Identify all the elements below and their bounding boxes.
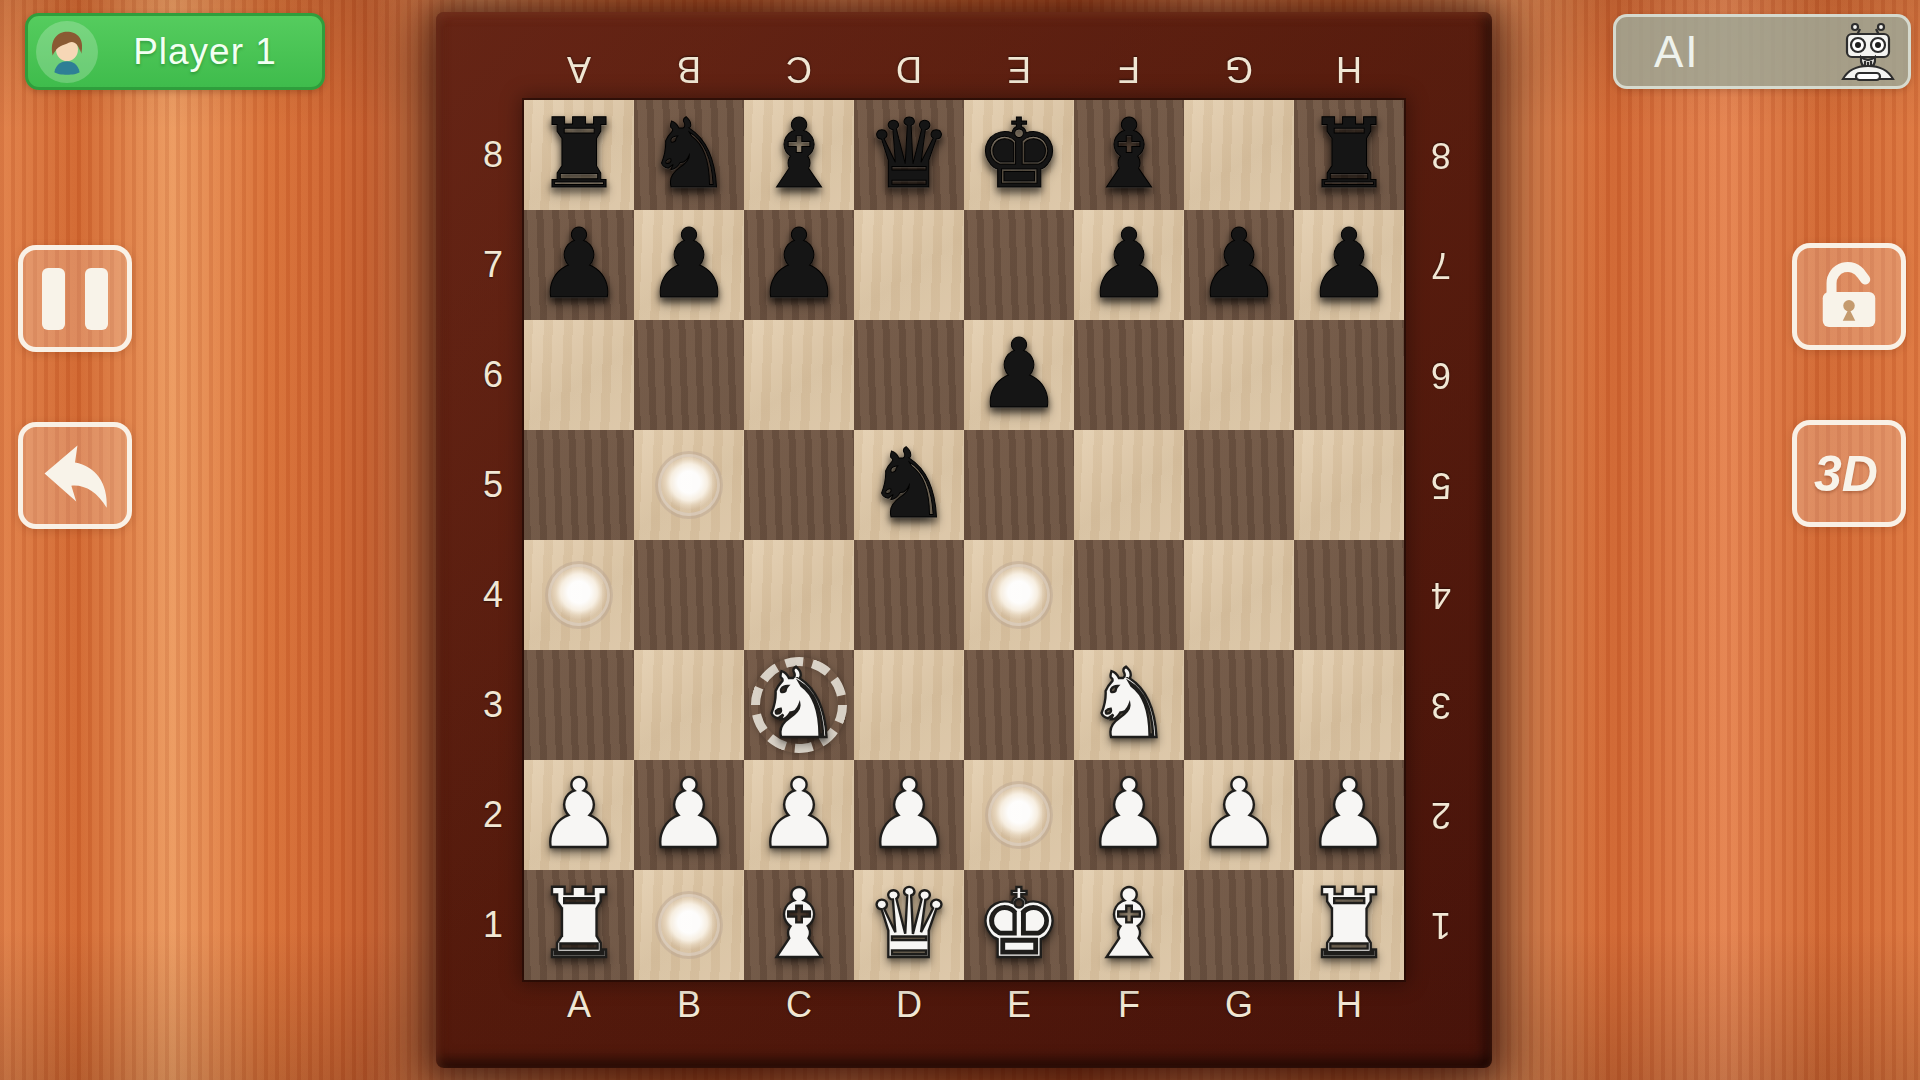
pause-button[interactable] (18, 245, 132, 352)
robot-icon (1836, 19, 1900, 85)
square-a6[interactable] (524, 320, 634, 430)
piece-black-pawn[interactable]: ♟ (634, 210, 744, 320)
square-c2[interactable]: ♟ (744, 760, 854, 870)
piece-white-pawn[interactable]: ♟ (854, 760, 964, 870)
file-labels-top: ABCDEFGH (524, 12, 1404, 100)
square-f1[interactable]: ♝ (1074, 870, 1184, 980)
square-d5[interactable]: ♞ (854, 430, 964, 540)
player-badge-ai: AI (1613, 14, 1911, 89)
square-g4[interactable] (1184, 540, 1294, 650)
file-label-f: F (1074, 38, 1184, 100)
square-h2[interactable]: ♟ (1294, 760, 1404, 870)
square-a1[interactable]: ♜ (524, 870, 634, 980)
rank-label-6: 6 (1404, 320, 1478, 430)
file-label-e: E (964, 980, 1074, 1030)
square-b7[interactable]: ♟ (634, 210, 744, 320)
piece-black-king[interactable]: ♚ (964, 100, 1074, 210)
square-b5[interactable] (634, 430, 744, 540)
piece-white-knight[interactable]: ♞ (744, 650, 854, 760)
square-d3[interactable] (854, 650, 964, 760)
square-b2[interactable]: ♟ (634, 760, 744, 870)
file-label-g: G (1184, 38, 1294, 100)
rank-label-3: 3 (1404, 650, 1478, 760)
square-h8[interactable]: ♜ (1294, 100, 1404, 210)
piece-white-pawn[interactable]: ♟ (1294, 760, 1404, 870)
rank-labels-right: 87654321 (1404, 100, 1492, 980)
square-e6[interactable]: ♟ (964, 320, 1074, 430)
square-d7[interactable] (854, 210, 964, 320)
square-h5[interactable] (1294, 430, 1404, 540)
piece-black-knight[interactable]: ♞ (634, 100, 744, 210)
lock-button[interactable] (1792, 243, 1906, 350)
move-hint-dot[interactable] (991, 787, 1047, 843)
move-hint-dot[interactable] (661, 457, 717, 513)
piece-white-knight[interactable]: ♞ (1074, 650, 1184, 760)
square-d8[interactable]: ♛ (854, 100, 964, 210)
square-e7[interactable] (964, 210, 1074, 320)
file-label-b: B (634, 980, 744, 1030)
piece-white-pawn[interactable]: ♟ (524, 760, 634, 870)
square-e3[interactable] (964, 650, 1074, 760)
square-g2[interactable]: ♟ (1184, 760, 1294, 870)
square-e4[interactable] (964, 540, 1074, 650)
piece-white-pawn[interactable]: ♟ (744, 760, 854, 870)
file-label-d: D (854, 980, 964, 1030)
square-d6[interactable] (854, 320, 964, 430)
file-label-a: A (524, 38, 634, 100)
square-a3[interactable] (524, 650, 634, 760)
view-3d-button[interactable]: 3D (1792, 420, 1906, 527)
file-label-h: H (1294, 38, 1404, 100)
square-a2[interactable]: ♟ (524, 760, 634, 870)
piece-black-pawn[interactable]: ♟ (1294, 210, 1404, 320)
square-g5[interactable] (1184, 430, 1294, 540)
rank-label-1: 1 (1404, 870, 1478, 980)
undo-button[interactable] (18, 422, 132, 529)
pause-icon (85, 268, 108, 330)
square-c8[interactable]: ♝ (744, 100, 854, 210)
piece-black-rook[interactable]: ♜ (524, 100, 634, 210)
rank-label-8: 8 (462, 100, 524, 210)
square-c3[interactable]: ♞ (744, 650, 854, 760)
move-hint-dot[interactable] (551, 567, 607, 623)
rank-label-3: 3 (462, 650, 524, 760)
file-label-h: H (1294, 980, 1404, 1030)
rank-label-7: 7 (1404, 210, 1478, 320)
square-f7[interactable]: ♟ (1074, 210, 1184, 320)
square-d4[interactable] (854, 540, 964, 650)
rank-label-1: 1 (462, 870, 524, 980)
rank-label-2: 2 (1404, 760, 1478, 870)
square-e1[interactable]: ♚ (964, 870, 1074, 980)
piece-black-bishop[interactable]: ♝ (1074, 100, 1184, 210)
file-label-c: C (744, 980, 854, 1030)
piece-white-queen[interactable]: ♛ (854, 870, 964, 980)
square-c7[interactable]: ♟ (744, 210, 854, 320)
square-c6[interactable] (744, 320, 854, 430)
square-b3[interactable] (634, 650, 744, 760)
piece-white-bishop[interactable]: ♝ (744, 870, 854, 980)
piece-black-bishop[interactable]: ♝ (744, 100, 854, 210)
square-f5[interactable] (1074, 430, 1184, 540)
square-h6[interactable] (1294, 320, 1404, 430)
square-a5[interactable] (524, 430, 634, 540)
square-h3[interactable] (1294, 650, 1404, 760)
rank-label-5: 5 (1404, 430, 1478, 540)
file-labels-bottom: ABCDEFGH (524, 980, 1404, 1068)
piece-black-pawn[interactable]: ♟ (524, 210, 634, 320)
board-squares: ♜♞♝♛♚♝♜♟♟♟♟♟♟♟♞♞♞♟♟♟♟♟♟♟♜♝♛♚♝♜ (524, 100, 1404, 980)
square-f2[interactable]: ♟ (1074, 760, 1184, 870)
piece-black-pawn[interactable]: ♟ (964, 320, 1074, 430)
rank-label-7: 7 (462, 210, 524, 320)
player-avatar-icon (36, 21, 98, 83)
undo-arrow-icon (36, 437, 114, 515)
square-a7[interactable]: ♟ (524, 210, 634, 320)
square-h1[interactable]: ♜ (1294, 870, 1404, 980)
move-hint-dot[interactable] (661, 897, 717, 953)
file-label-d: D (854, 38, 964, 100)
file-label-e: E (964, 38, 1074, 100)
rank-label-4: 4 (1404, 540, 1478, 650)
chess-board: ABCDEFGH ABCDEFGH 87654321 87654321 ♜♞♝♛… (436, 12, 1492, 1068)
square-e2[interactable] (964, 760, 1074, 870)
square-b6[interactable] (634, 320, 744, 430)
square-h4[interactable] (1294, 540, 1404, 650)
file-label-a: A (524, 980, 634, 1030)
file-label-c: C (744, 38, 854, 100)
square-g8[interactable] (1184, 100, 1294, 210)
chess-app-screen: Player 1 AI (0, 0, 1920, 1080)
rank-label-5: 5 (462, 430, 524, 540)
rank-label-4: 4 (462, 540, 524, 650)
pause-icon (42, 268, 65, 330)
square-g3[interactable] (1184, 650, 1294, 760)
square-a4[interactable] (524, 540, 634, 650)
square-f6[interactable] (1074, 320, 1184, 430)
piece-black-pawn[interactable]: ♟ (744, 210, 854, 320)
piece-white-king[interactable]: ♚ (964, 870, 1074, 980)
square-c5[interactable] (744, 430, 854, 540)
piece-white-pawn[interactable]: ♟ (634, 760, 744, 870)
piece-white-rook[interactable]: ♜ (1294, 870, 1404, 980)
square-e5[interactable] (964, 430, 1074, 540)
player-badge-white: Player 1 (25, 13, 325, 90)
ai-name: AI (1654, 27, 1836, 77)
square-g1[interactable] (1184, 870, 1294, 980)
piece-black-queen[interactable]: ♛ (854, 100, 964, 210)
view-3d-label: 3D (1814, 445, 1884, 503)
rank-label-6: 6 (462, 320, 524, 430)
square-c1[interactable]: ♝ (744, 870, 854, 980)
square-e8[interactable]: ♚ (964, 100, 1074, 210)
piece-black-knight[interactable]: ♞ (854, 430, 964, 540)
piece-black-rook[interactable]: ♜ (1294, 100, 1404, 210)
square-b4[interactable] (634, 540, 744, 650)
square-f4[interactable] (1074, 540, 1184, 650)
square-g6[interactable] (1184, 320, 1294, 430)
square-b8[interactable]: ♞ (634, 100, 744, 210)
square-c4[interactable] (744, 540, 854, 650)
square-b1[interactable] (634, 870, 744, 980)
square-f8[interactable]: ♝ (1074, 100, 1184, 210)
piece-white-bishop[interactable]: ♝ (1074, 870, 1184, 980)
square-g7[interactable]: ♟ (1184, 210, 1294, 320)
square-f3[interactable]: ♞ (1074, 650, 1184, 760)
open-lock-icon (1809, 257, 1889, 337)
file-label-g: G (1184, 980, 1294, 1030)
square-h7[interactable]: ♟ (1294, 210, 1404, 320)
rank-label-8: 8 (1404, 100, 1478, 210)
rank-label-2: 2 (462, 760, 524, 870)
rank-labels-left: 87654321 (436, 100, 524, 980)
square-d2[interactable]: ♟ (854, 760, 964, 870)
piece-white-pawn[interactable]: ♟ (1184, 760, 1294, 870)
move-hint-dot[interactable] (991, 567, 1047, 623)
piece-black-pawn[interactable]: ♟ (1184, 210, 1294, 320)
piece-black-pawn[interactable]: ♟ (1074, 210, 1184, 320)
square-d1[interactable]: ♛ (854, 870, 964, 980)
square-a8[interactable]: ♜ (524, 100, 634, 210)
player-name: Player 1 (98, 31, 322, 73)
piece-white-rook[interactable]: ♜ (524, 870, 634, 980)
piece-white-pawn[interactable]: ♟ (1074, 760, 1184, 870)
file-label-f: F (1074, 980, 1184, 1030)
file-label-b: B (634, 38, 744, 100)
